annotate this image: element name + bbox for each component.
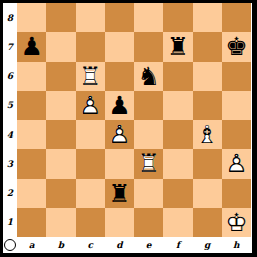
square-g2[interactable] (193, 179, 222, 208)
square-c3[interactable] (76, 149, 105, 178)
black-pawn: ♟ (105, 91, 134, 120)
file-label-b: b (46, 237, 75, 253)
square-a1[interactable] (17, 208, 46, 237)
chess-diagram: 87654321 ♟♜♚♜♖♞♟♙♟♟♙♝♗♜♖♟♙♜♚♔ abcdefgh (0, 0, 257, 257)
square-e5[interactable] (134, 91, 163, 120)
square-e3[interactable]: ♜♖ (134, 149, 163, 178)
white-rook: ♜♖ (76, 62, 105, 91)
square-b5[interactable] (46, 91, 75, 120)
square-h5[interactable] (222, 91, 251, 120)
square-h3[interactable]: ♟♙ (222, 149, 251, 178)
square-c1[interactable] (76, 208, 105, 237)
square-b7[interactable] (46, 32, 75, 61)
rank-labels: 87654321 (3, 3, 17, 237)
square-f8[interactable] (163, 3, 192, 32)
square-c2[interactable] (76, 179, 105, 208)
square-d7[interactable] (105, 32, 134, 61)
file-label-a: a (17, 237, 46, 253)
square-h2[interactable] (222, 179, 251, 208)
square-g8[interactable] (193, 3, 222, 32)
black-rook: ♜ (105, 179, 134, 208)
square-d2[interactable]: ♜ (105, 179, 134, 208)
square-c5[interactable]: ♟♙ (76, 91, 105, 120)
rank-label-1: 1 (3, 208, 17, 237)
square-f4[interactable] (163, 120, 192, 149)
square-b4[interactable] (46, 120, 75, 149)
rank-label-3: 3 (3, 149, 17, 178)
square-f3[interactable] (163, 149, 192, 178)
square-f2[interactable] (163, 179, 192, 208)
square-f6[interactable] (163, 62, 192, 91)
white-pawn: ♟♙ (105, 120, 134, 149)
rank-label-6: 6 (3, 62, 17, 91)
square-d1[interactable] (105, 208, 134, 237)
rank-label-2: 2 (3, 179, 17, 208)
black-pawn: ♟ (17, 32, 46, 61)
white-king: ♚♔ (222, 208, 251, 237)
square-b3[interactable] (46, 149, 75, 178)
black-king: ♚ (222, 32, 251, 61)
file-label-f: f (163, 237, 192, 253)
square-h8[interactable] (222, 3, 251, 32)
rank-label-8: 8 (3, 3, 17, 32)
square-b8[interactable] (46, 3, 75, 32)
square-g5[interactable] (193, 91, 222, 120)
square-g4[interactable]: ♝♗ (193, 120, 222, 149)
file-label-e: e (134, 237, 163, 253)
square-h7[interactable]: ♚ (222, 32, 251, 61)
rank-label-4: 4 (3, 120, 17, 149)
square-h4[interactable] (222, 120, 251, 149)
square-e7[interactable] (134, 32, 163, 61)
square-a2[interactable] (17, 179, 46, 208)
file-label-c: c (76, 237, 105, 253)
square-d5[interactable]: ♟ (105, 91, 134, 120)
square-g1[interactable] (193, 208, 222, 237)
file-label-g: g (193, 237, 222, 253)
square-f7[interactable]: ♜ (163, 32, 192, 61)
square-b6[interactable] (46, 62, 75, 91)
square-a7[interactable]: ♟ (17, 32, 46, 61)
square-a3[interactable] (17, 149, 46, 178)
file-label-h: h (222, 237, 251, 253)
square-h1[interactable]: ♚♔ (222, 208, 251, 237)
white-pawn: ♟♙ (222, 149, 251, 178)
white-pawn: ♟♙ (76, 91, 105, 120)
square-e4[interactable] (134, 120, 163, 149)
square-d3[interactable] (105, 149, 134, 178)
square-e6[interactable]: ♞ (134, 62, 163, 91)
square-d8[interactable] (105, 3, 134, 32)
square-e1[interactable] (134, 208, 163, 237)
square-c6[interactable]: ♜♖ (76, 62, 105, 91)
square-a4[interactable] (17, 120, 46, 149)
square-h6[interactable] (222, 62, 251, 91)
black-knight: ♞ (134, 62, 163, 91)
square-f5[interactable] (163, 91, 192, 120)
square-d6[interactable] (105, 62, 134, 91)
square-b1[interactable] (46, 208, 75, 237)
square-g6[interactable] (193, 62, 222, 91)
square-c7[interactable] (76, 32, 105, 61)
rank-label-5: 5 (3, 91, 17, 120)
square-g3[interactable] (193, 149, 222, 178)
white-rook: ♜♖ (134, 149, 163, 178)
chess-board: ♟♜♚♜♖♞♟♙♟♟♙♝♗♜♖♟♙♜♚♔ (17, 3, 251, 237)
square-d4[interactable]: ♟♙ (105, 120, 134, 149)
square-b2[interactable] (46, 179, 75, 208)
square-g7[interactable] (193, 32, 222, 61)
white-bishop: ♝♗ (193, 120, 222, 149)
square-f1[interactable] (163, 208, 192, 237)
square-a5[interactable] (17, 91, 46, 120)
black-rook: ♜ (163, 32, 192, 61)
rank-label-7: 7 (3, 32, 17, 61)
white-to-move-indicator (4, 239, 16, 251)
file-label-d: d (105, 237, 134, 253)
square-e8[interactable] (134, 3, 163, 32)
square-a6[interactable] (17, 62, 46, 91)
square-e2[interactable] (134, 179, 163, 208)
square-c4[interactable] (76, 120, 105, 149)
file-labels: abcdefgh (17, 237, 251, 253)
square-a8[interactable] (17, 3, 46, 32)
square-c8[interactable] (76, 3, 105, 32)
